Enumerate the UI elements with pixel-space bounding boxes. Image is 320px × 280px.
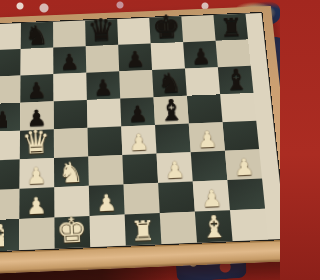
piece-black-rook-h8[interactable]: ♜	[219, 14, 243, 40]
piece-white-rook-e1[interactable]: ♜	[130, 216, 156, 245]
piece-white-bishop-a1[interactable]: ♝	[0, 220, 15, 251]
piece-black-queen-d8[interactable]: ♛	[87, 15, 116, 47]
square-a4[interactable]	[0, 131, 20, 161]
piece-black-pawn-c7[interactable]: ♟	[59, 51, 79, 73]
square-g6[interactable]	[185, 67, 220, 96]
square-a2[interactable]	[0, 189, 20, 221]
piece-black-pawn-g7[interactable]: ♟	[191, 46, 211, 68]
square-f4[interactable]	[155, 124, 191, 154]
piece-white-pawn-g2[interactable]: ♟	[201, 187, 223, 211]
square-a3[interactable]	[0, 159, 20, 190]
piece-white-pawn-f3[interactable]: ♟	[164, 159, 185, 183]
square-b1[interactable]	[19, 217, 55, 250]
piece-white-king-c1[interactable]: ♚	[56, 213, 88, 249]
piece-black-pawn-d6[interactable]: ♟	[93, 77, 114, 100]
square-f1[interactable]	[160, 212, 197, 244]
square-e6[interactable]	[119, 70, 153, 99]
square-a8[interactable]	[0, 23, 21, 50]
square-d7[interactable]	[86, 45, 119, 73]
square-b3[interactable]: ♟	[20, 158, 55, 189]
square-f3[interactable]: ♟	[157, 152, 193, 183]
square-e4[interactable]: ♟	[121, 125, 156, 155]
piece-white-knight-c3[interactable]: ♞	[58, 158, 84, 187]
piece-white-pawn-d2[interactable]: ♟	[96, 192, 118, 216]
piece-black-pawn-e7[interactable]: ♟	[125, 49, 145, 71]
piece-black-bishop-f5[interactable]: ♝	[158, 95, 185, 125]
square-e5[interactable]: ♟	[120, 97, 155, 126]
piece-black-pawn-e5[interactable]: ♟	[127, 103, 148, 126]
piece-black-bishop-h6[interactable]: ♝	[223, 65, 249, 94]
square-h6[interactable]: ♝	[218, 66, 254, 94]
square-d6[interactable]: ♟	[86, 71, 120, 100]
square-h2[interactable]	[227, 179, 265, 211]
square-c8[interactable]	[53, 20, 86, 47]
photo-chess-scene: { "game": "chess", "scene": "overhead ph…	[0, 0, 280, 280]
square-g2[interactable]: ♟	[193, 180, 230, 212]
piece-white-pawn-e4[interactable]: ♟	[128, 131, 149, 154]
square-a5[interactable]: ♟	[0, 103, 20, 132]
square-g1[interactable]: ♝	[195, 210, 233, 242]
square-h1[interactable]	[230, 209, 268, 241]
chess-board-scene: ♞♛♚♜♟♟♟♟♟♞♝♟♟♟♝♛♟♟♟♞♟♟♟♟♟♝♚♜♝	[0, 6, 280, 260]
square-g7[interactable]: ♟	[183, 41, 218, 69]
piece-black-knight-b8[interactable]: ♞	[24, 21, 49, 48]
piece-black-king-f8[interactable]: ♚	[151, 11, 181, 44]
square-h3[interactable]: ♟	[225, 149, 262, 180]
piece-white-bishop-g1[interactable]: ♝	[200, 211, 228, 242]
square-e8[interactable]	[117, 18, 150, 45]
square-e1[interactable]: ♜	[125, 213, 162, 245]
square-e3[interactable]	[122, 154, 158, 185]
square-d3[interactable]	[88, 155, 123, 186]
square-f2[interactable]	[158, 181, 195, 213]
square-a1[interactable]: ♝	[0, 219, 19, 252]
square-c6[interactable]	[53, 73, 86, 102]
square-c1[interactable]: ♚	[54, 216, 90, 249]
square-h5[interactable]	[220, 93, 256, 122]
square-b6[interactable]: ♟	[20, 74, 53, 103]
square-b7[interactable]	[21, 48, 54, 76]
square-g3[interactable]	[191, 151, 228, 182]
square-c7[interactable]: ♟	[53, 46, 86, 74]
square-d8[interactable]: ♛	[85, 19, 118, 46]
square-d1[interactable]	[90, 215, 126, 247]
square-b8[interactable]: ♞	[21, 22, 53, 49]
square-g5[interactable]	[187, 94, 223, 123]
piece-white-pawn-b2[interactable]: ♟	[26, 195, 48, 219]
square-c5[interactable]	[54, 100, 88, 129]
square-h8[interactable]: ♜	[213, 14, 248, 41]
piece-white-pawn-h3[interactable]: ♟	[234, 156, 255, 180]
piece-white-pawn-g4[interactable]: ♟	[197, 129, 218, 152]
square-d2[interactable]: ♟	[89, 184, 125, 216]
board-wooden-frame: ♞♛♚♜♟♟♟♟♟♞♝♟♟♟♝♛♟♟♟♞♟♟♟♟♟♝♚♜♝	[0, 6, 280, 274]
square-b2[interactable]: ♟	[19, 187, 54, 219]
square-g4[interactable]: ♟	[189, 122, 225, 152]
square-d5[interactable]	[87, 99, 121, 128]
piece-white-queen-b4[interactable]: ♛	[21, 126, 51, 159]
square-a7[interactable]	[0, 49, 21, 77]
square-c3[interactable]: ♞	[54, 156, 89, 187]
piece-black-pawn-b6[interactable]: ♟	[26, 80, 47, 103]
square-e2[interactable]	[123, 183, 159, 215]
chess-board[interactable]: ♞♛♚♜♟♟♟♟♟♞♝♟♟♟♝♛♟♟♟♞♟♟♟♟♟♝♚♜♝	[0, 12, 280, 253]
square-g8[interactable]	[181, 15, 215, 42]
square-b4[interactable]: ♛	[20, 129, 54, 159]
square-f5[interactable]: ♝	[154, 96, 189, 125]
square-d4[interactable]	[88, 126, 123, 156]
piece-white-pawn-b3[interactable]: ♟	[26, 165, 47, 189]
piece-black-pawn-a5[interactable]: ♟	[0, 109, 13, 132]
square-h4[interactable]	[222, 121, 259, 151]
square-f8[interactable]: ♚	[149, 16, 183, 43]
square-e7[interactable]: ♟	[118, 44, 152, 72]
square-c4[interactable]	[54, 128, 88, 158]
square-a6[interactable]	[0, 75, 21, 104]
